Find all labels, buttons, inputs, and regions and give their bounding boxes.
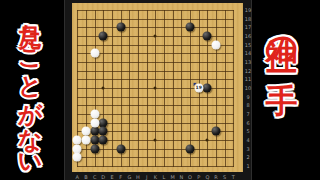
black-stone-c3[interactable] — [90, 144, 99, 153]
row-label-18: 18 — [245, 16, 251, 21]
grid-line — [233, 10, 234, 167]
row-label-7: 7 — [246, 112, 249, 117]
white-stone-p10[interactable]: 19 — [194, 84, 203, 93]
grid-line — [181, 10, 182, 167]
column-label-m: M — [170, 175, 174, 180]
row-label-6: 6 — [246, 120, 249, 125]
black-stone-r5[interactable] — [212, 127, 221, 136]
white-stone-a2[interactable] — [73, 153, 82, 162]
row-label-4: 4 — [246, 138, 249, 143]
star-point — [154, 87, 157, 90]
column-label-l: L — [163, 175, 166, 180]
row-label-5: 5 — [246, 129, 249, 134]
grid-line — [77, 149, 234, 150]
grid-line — [164, 10, 165, 167]
grid-line — [77, 114, 234, 115]
row-label-16: 16 — [245, 34, 251, 39]
black-stone-q16[interactable] — [203, 32, 212, 41]
column-label-g: G — [127, 175, 131, 180]
white-stone-b4[interactable] — [81, 136, 90, 145]
column-label-d: D — [101, 175, 105, 180]
white-stone-r15[interactable] — [212, 40, 221, 49]
column-label-k: K — [154, 175, 157, 180]
black-stone-d4[interactable] — [99, 136, 108, 145]
black-stone-d16[interactable] — [99, 32, 108, 41]
column-label-r: R — [214, 175, 217, 180]
white-stone-c6[interactable] — [90, 118, 99, 127]
column-label-o: O — [188, 175, 192, 180]
black-stone-c4[interactable] — [90, 136, 99, 145]
column-label-n: N — [179, 175, 183, 180]
black-stone-f3[interactable] — [116, 144, 125, 153]
star-point — [154, 139, 157, 142]
black-stone-d6[interactable] — [99, 118, 108, 127]
column-label-b: B — [84, 175, 87, 180]
star-point — [102, 87, 105, 90]
left-caption: 見たことがない — [18, 7, 42, 164]
grid-line — [216, 10, 217, 167]
grid-line — [225, 10, 226, 167]
column-label-f: F — [119, 175, 122, 180]
row-label-19: 19 — [245, 8, 251, 13]
star-point — [206, 139, 209, 142]
row-label-2: 2 — [246, 155, 249, 160]
white-stone-a4[interactable] — [73, 136, 82, 145]
column-label-t: T — [232, 175, 235, 180]
row-label-10: 10 — [245, 86, 251, 91]
column-label-h: H — [136, 175, 140, 180]
black-stone-f17[interactable] — [116, 23, 125, 32]
column-label-s: S — [223, 175, 226, 180]
row-label-8: 8 — [246, 103, 249, 108]
row-label-1: 1 — [246, 164, 249, 169]
move-number-label: 19 — [194, 84, 203, 93]
star-point — [154, 35, 157, 38]
row-label-3: 3 — [246, 146, 249, 151]
black-stone-c5[interactable] — [90, 127, 99, 136]
grid-line — [77, 157, 234, 158]
right-caption: 神の一手 — [266, 12, 298, 61]
goban-frame: 19 ABCDEFGHJKLMNOPQRST 19181716151413121… — [64, 0, 252, 180]
white-stone-c7[interactable] — [90, 110, 99, 119]
row-label-15: 15 — [245, 42, 251, 47]
column-label-q: Q — [205, 175, 209, 180]
column-label-p: P — [197, 175, 200, 180]
row-label-17: 17 — [245, 25, 251, 30]
grid-line — [173, 10, 174, 167]
row-label-11: 11 — [245, 77, 251, 82]
goban-board[interactable]: 19 — [72, 3, 243, 172]
white-stone-b5[interactable] — [81, 127, 90, 136]
white-stone-c14[interactable] — [90, 49, 99, 58]
row-label-12: 12 — [245, 68, 251, 73]
row-label-13: 13 — [245, 60, 251, 65]
black-stone-d5[interactable] — [99, 127, 108, 136]
video-thumbnail: 見たことがない 神の一手 19 ABCDEFGHJKLMNOPQRST 1918… — [0, 0, 320, 180]
black-stone-o3[interactable] — [186, 144, 195, 153]
row-label-9: 9 — [246, 94, 249, 99]
grid-line — [77, 166, 234, 167]
row-label-14: 14 — [245, 51, 251, 56]
column-label-c: C — [93, 175, 97, 180]
white-stone-a3[interactable] — [73, 144, 82, 153]
column-label-j: J — [146, 175, 147, 180]
grid-line — [77, 97, 234, 98]
black-stone-o17[interactable] — [186, 23, 195, 32]
column-label-a: A — [76, 175, 79, 180]
column-label-e: E — [110, 175, 113, 180]
grid-line — [77, 105, 234, 106]
black-stone-q10[interactable] — [203, 84, 212, 93]
